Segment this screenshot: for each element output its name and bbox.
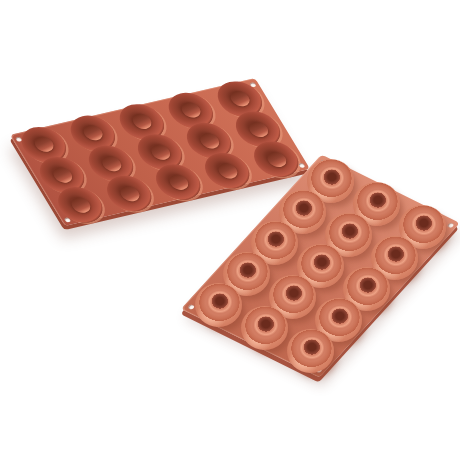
corner-hole [298,163,305,168]
corner-hole [447,222,455,228]
donut-bump [287,329,334,373]
donut-bump [195,283,242,327]
mold-tray-face-up [10,78,310,226]
donut-bump [241,306,288,350]
corner-hole [187,304,195,310]
product-photo [0,0,460,460]
